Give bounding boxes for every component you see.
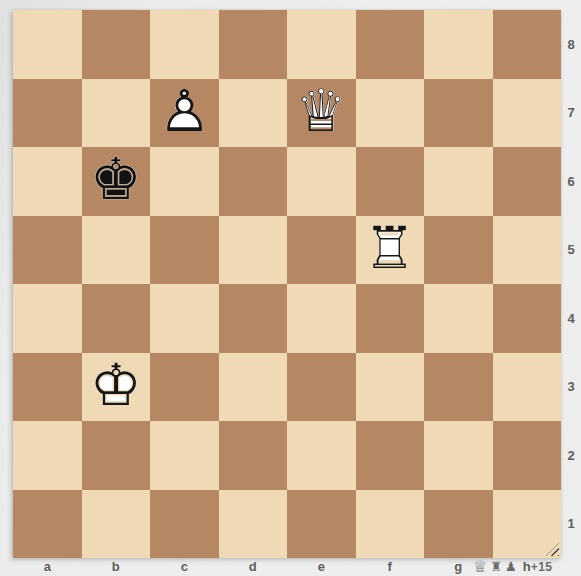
square-f1[interactable] — [356, 490, 425, 559]
square-h3[interactable] — [493, 353, 562, 422]
rank-label-1: 1 — [561, 490, 581, 559]
square-h4[interactable] — [493, 284, 562, 353]
square-e1[interactable] — [287, 490, 356, 559]
square-d2[interactable] — [219, 421, 288, 490]
rank-label-7: 7 — [561, 79, 581, 148]
square-e6[interactable] — [287, 147, 356, 216]
square-a3[interactable] — [13, 353, 82, 422]
file-label-c: c — [150, 558, 219, 576]
square-g2[interactable] — [424, 421, 493, 490]
square-f6[interactable] — [356, 147, 425, 216]
square-a5[interactable] — [13, 216, 82, 285]
square-e4[interactable] — [287, 284, 356, 353]
piece-white-king[interactable]: ♚♔ — [82, 353, 151, 422]
rank-label-8: 8 — [561, 10, 581, 79]
square-a8[interactable] — [13, 10, 82, 79]
piece-white-queen[interactable]: ♛♕ — [287, 79, 356, 148]
square-g5[interactable] — [424, 216, 493, 285]
piece-glyph-outline: ♖ — [364, 218, 416, 276]
material-advantage-value: +15 — [531, 560, 553, 574]
square-b7[interactable] — [82, 79, 151, 148]
file-label-a: a — [13, 558, 82, 576]
square-d5[interactable] — [219, 216, 288, 285]
square-a1[interactable] — [13, 490, 82, 559]
square-a6[interactable] — [13, 147, 82, 216]
square-e8[interactable] — [287, 10, 356, 79]
square-f7[interactable] — [356, 79, 425, 148]
square-d7[interactable] — [219, 79, 288, 148]
square-b2[interactable] — [82, 421, 151, 490]
square-b6[interactable]: ♚ — [82, 147, 151, 216]
rank-label-3: 3 — [561, 353, 581, 422]
square-h2[interactable] — [493, 421, 562, 490]
rank-labels: 87654321 — [561, 10, 581, 558]
rank-label-5: 5 — [561, 216, 581, 285]
chess-board: ♟♙♛♕♚♜♖♚♔ — [13, 10, 561, 558]
square-c4[interactable] — [150, 284, 219, 353]
square-d8[interactable] — [219, 10, 288, 79]
piece-white-pawn[interactable]: ♟♙ — [150, 79, 219, 148]
file-label-b: b — [82, 558, 151, 576]
square-g6[interactable] — [424, 147, 493, 216]
square-h7[interactable] — [493, 79, 562, 148]
square-a4[interactable] — [13, 284, 82, 353]
file-label-d: d — [219, 558, 288, 576]
square-b1[interactable] — [82, 490, 151, 559]
piece-glyph-outline: ♔ — [90, 355, 142, 413]
square-f8[interactable] — [356, 10, 425, 79]
square-c7[interactable]: ♟♙ — [150, 79, 219, 148]
piece-glyph: ♚ — [90, 150, 142, 208]
square-g8[interactable] — [424, 10, 493, 79]
square-g1[interactable] — [424, 490, 493, 559]
square-e2[interactable] — [287, 421, 356, 490]
piece-black-king[interactable]: ♚ — [82, 147, 151, 216]
square-b5[interactable] — [82, 216, 151, 285]
square-b8[interactable] — [82, 10, 151, 79]
square-c3[interactable] — [150, 353, 219, 422]
square-f4[interactable] — [356, 284, 425, 353]
material-advantage: ♕ ♜ ♟ +15 — [473, 557, 553, 576]
rook-icon: ♜ — [490, 560, 502, 573]
square-e3[interactable] — [287, 353, 356, 422]
square-d4[interactable] — [219, 284, 288, 353]
square-d3[interactable] — [219, 353, 288, 422]
square-e7[interactable]: ♛♕ — [287, 79, 356, 148]
square-e5[interactable] — [287, 216, 356, 285]
square-h6[interactable] — [493, 147, 562, 216]
square-f5[interactable]: ♜♖ — [356, 216, 425, 285]
square-a7[interactable] — [13, 79, 82, 148]
rank-label-6: 6 — [561, 147, 581, 216]
square-b4[interactable] — [82, 284, 151, 353]
square-c1[interactable] — [150, 490, 219, 559]
square-c2[interactable] — [150, 421, 219, 490]
square-f3[interactable] — [356, 353, 425, 422]
rank-label-2: 2 — [561, 421, 581, 490]
file-label-e: e — [287, 558, 356, 576]
square-h8[interactable] — [493, 10, 562, 79]
piece-glyph-outline: ♙ — [158, 81, 210, 139]
square-g4[interactable] — [424, 284, 493, 353]
piece-white-rook[interactable]: ♜♖ — [356, 216, 425, 285]
square-d1[interactable] — [219, 490, 288, 559]
page-background: ♟♙♛♕♚♜♖♚♔ 87654321 abcdefgh ♕ ♜ ♟ +15 — [0, 0, 581, 576]
square-d6[interactable] — [219, 147, 288, 216]
square-c5[interactable] — [150, 216, 219, 285]
square-f2[interactable] — [356, 421, 425, 490]
square-g7[interactable] — [424, 79, 493, 148]
square-g3[interactable] — [424, 353, 493, 422]
square-b3[interactable]: ♚♔ — [82, 353, 151, 422]
pawn-icon: ♟ — [505, 560, 517, 573]
square-h5[interactable] — [493, 216, 562, 285]
square-c8[interactable] — [150, 10, 219, 79]
rank-label-4: 4 — [561, 284, 581, 353]
square-a2[interactable] — [13, 421, 82, 490]
queen-icon: ♕ — [473, 559, 487, 575]
file-label-f: f — [356, 558, 425, 576]
square-h1[interactable] — [493, 490, 562, 559]
piece-glyph-outline: ♕ — [295, 81, 347, 139]
square-c6[interactable] — [150, 147, 219, 216]
